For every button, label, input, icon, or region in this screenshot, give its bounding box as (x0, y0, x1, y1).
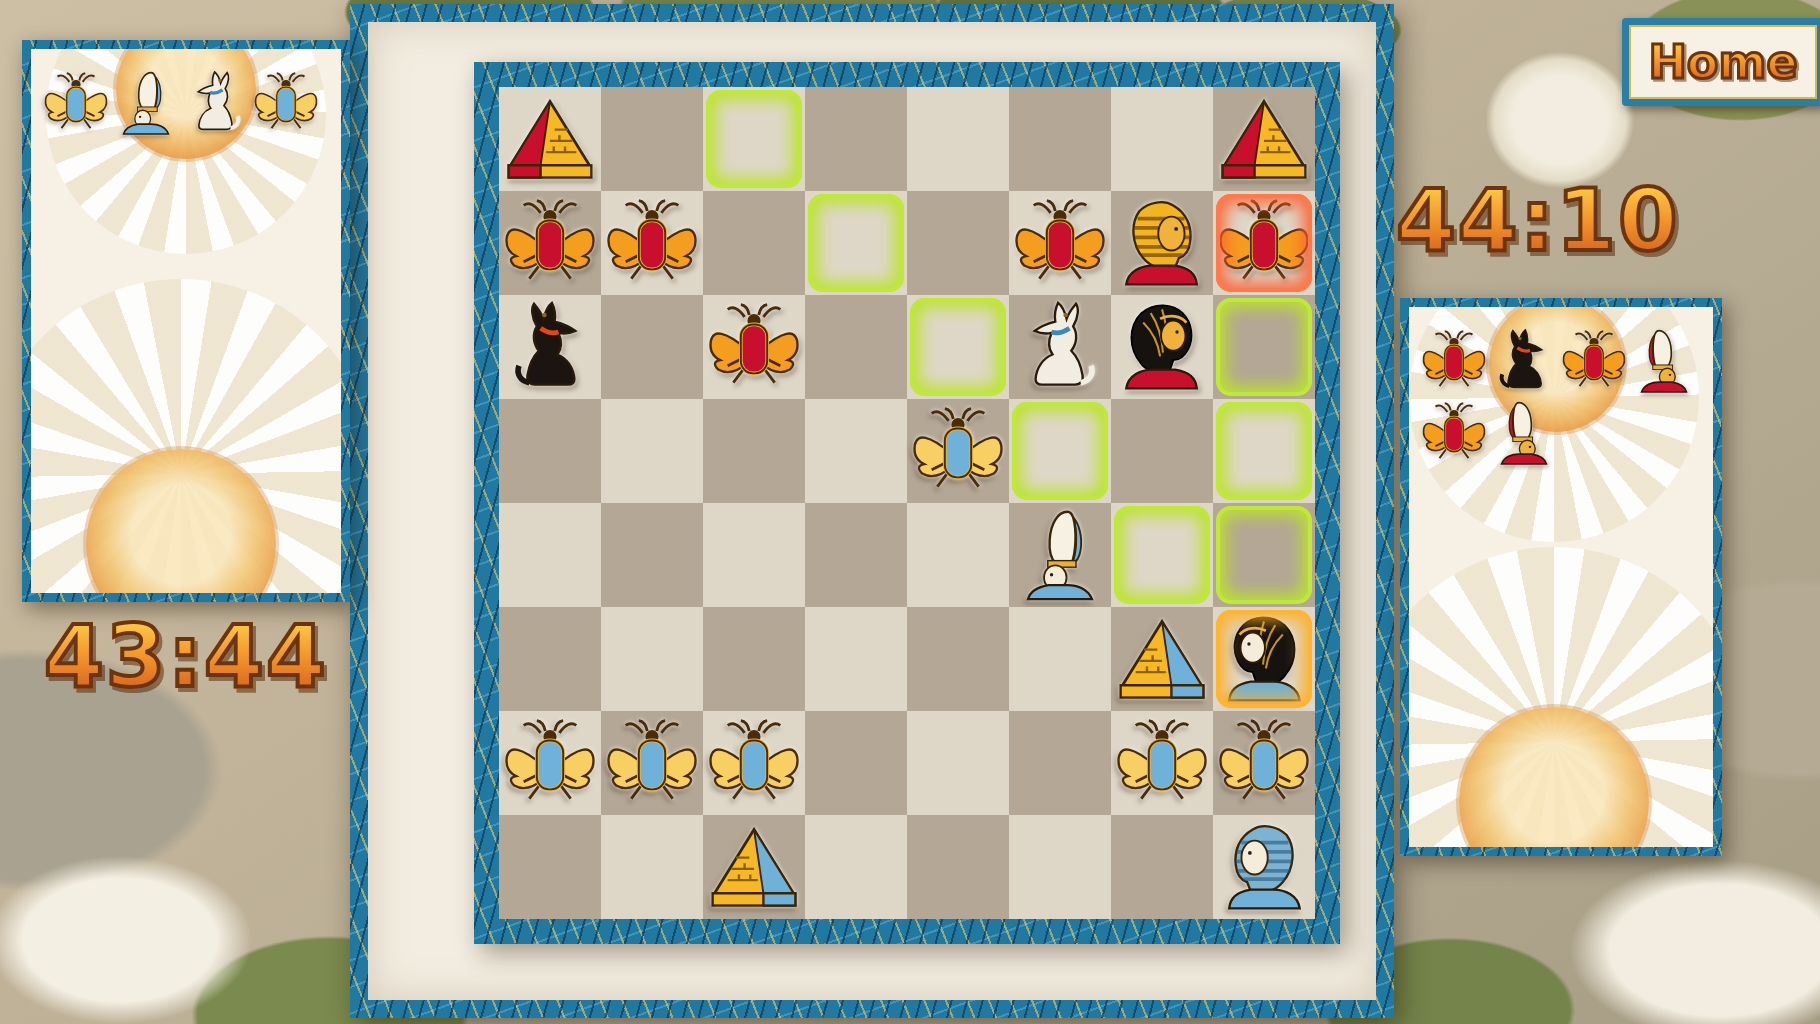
square-a4[interactable] (499, 399, 601, 503)
square-h3[interactable] (1213, 295, 1315, 399)
square-h4[interactable] (1213, 399, 1315, 503)
square-d2[interactable] (805, 191, 907, 295)
square-c4[interactable] (703, 399, 805, 503)
square-d3[interactable] (805, 295, 907, 399)
square-f8[interactable] (1009, 815, 1111, 919)
red-pawn-scarab[interactable] (1217, 195, 1311, 291)
square-f6[interactable] (1009, 607, 1111, 711)
square-f7[interactable] (1009, 711, 1111, 815)
square-b7[interactable] (601, 711, 703, 815)
square-f5[interactable] (1009, 503, 1111, 607)
blue-pawn-scarab[interactable] (503, 715, 597, 811)
captured-tray-left (22, 40, 350, 602)
square-g1[interactable] (1111, 87, 1213, 191)
square-b8[interactable] (601, 815, 703, 919)
square-h6[interactable] (1213, 607, 1315, 711)
green-highlight (706, 90, 802, 188)
blue-knight-jackal (183, 69, 249, 137)
home-button-label: Home (1648, 35, 1797, 89)
square-g5[interactable] (1111, 503, 1213, 607)
square-d8[interactable] (805, 815, 907, 919)
captured-tray-right (1400, 298, 1722, 856)
blue-pawn-scarab[interactable] (605, 715, 699, 811)
red-queen[interactable] (1115, 299, 1209, 395)
red-knight-jackal (1491, 327, 1557, 395)
square-c2[interactable] (703, 191, 805, 295)
blue-bishop-crown (113, 69, 179, 137)
square-f1[interactable] (1009, 87, 1111, 191)
square-h7[interactable] (1213, 711, 1315, 815)
square-g8[interactable] (1111, 815, 1213, 919)
square-h8[interactable] (1213, 815, 1315, 919)
square-d5[interactable] (805, 503, 907, 607)
blue-king[interactable] (1217, 819, 1311, 915)
red-pawn-scarab (1561, 327, 1627, 395)
square-a1[interactable] (499, 87, 601, 191)
square-e2[interactable] (907, 191, 1009, 295)
square-d1[interactable] (805, 87, 907, 191)
green-highlight (1216, 402, 1312, 500)
square-a5[interactable] (499, 503, 601, 607)
blue-pawn-scarab[interactable] (911, 403, 1005, 499)
green-highlight (1114, 506, 1210, 604)
blue-queen[interactable] (1217, 611, 1311, 707)
red-pawn-scarab (1421, 399, 1487, 467)
square-c3[interactable] (703, 295, 805, 399)
blue-rook-pyramid[interactable] (707, 819, 801, 915)
square-f3[interactable] (1009, 295, 1111, 399)
green-highlight (1012, 402, 1108, 500)
square-c7[interactable] (703, 711, 805, 815)
square-g4[interactable] (1111, 399, 1213, 503)
blue-player-timer: 43:44 (44, 606, 328, 706)
home-button[interactable]: Home (1622, 18, 1820, 106)
square-b1[interactable] (601, 87, 703, 191)
blue-pawn-scarab[interactable] (1115, 715, 1209, 811)
square-h5[interactable] (1213, 503, 1315, 607)
square-b6[interactable] (601, 607, 703, 711)
square-e5[interactable] (907, 503, 1009, 607)
square-h2[interactable] (1213, 191, 1315, 295)
blue-knight-jackal[interactable] (1013, 299, 1107, 395)
red-pawn-scarab (1421, 327, 1487, 395)
red-bishop-crown (1491, 399, 1557, 467)
green-highlight (1216, 298, 1312, 396)
blue-rook-pyramid[interactable] (1115, 611, 1209, 707)
blue-bishop-crown[interactable] (1013, 507, 1107, 603)
square-e1[interactable] (907, 87, 1009, 191)
red-pawn-scarab[interactable] (605, 195, 699, 291)
square-h1[interactable] (1213, 87, 1315, 191)
red-pawn-scarab[interactable] (707, 299, 801, 395)
blue-pawn-scarab (253, 69, 319, 137)
green-highlight (910, 298, 1006, 396)
red-bishop-crown (1631, 327, 1697, 395)
green-highlight (1216, 506, 1312, 604)
square-b5[interactable] (601, 503, 703, 607)
square-a8[interactable] (499, 815, 601, 919)
square-a3[interactable] (499, 295, 601, 399)
square-g3[interactable] (1111, 295, 1213, 399)
red-king[interactable] (1115, 195, 1209, 291)
square-d6[interactable] (805, 607, 907, 711)
square-e7[interactable] (907, 711, 1009, 815)
square-e8[interactable] (907, 815, 1009, 919)
red-player-timer: 44:10 (1396, 170, 1680, 270)
captured-blue-pieces (31, 49, 341, 137)
red-pawn-scarab[interactable] (503, 195, 597, 291)
square-d7[interactable] (805, 711, 907, 815)
captured-red-pieces (1409, 307, 1713, 467)
blue-pawn-scarab[interactable] (707, 715, 801, 811)
square-f4[interactable] (1009, 399, 1111, 503)
blue-pawn-scarab (43, 69, 109, 137)
square-a7[interactable] (499, 711, 601, 815)
square-a6[interactable] (499, 607, 601, 711)
square-c8[interactable] (703, 815, 805, 919)
square-f2[interactable] (1009, 191, 1111, 295)
square-e3[interactable] (907, 295, 1009, 399)
square-g6[interactable] (1111, 607, 1213, 711)
blue-pawn-scarab[interactable] (1217, 715, 1311, 811)
square-a2[interactable] (499, 191, 601, 295)
square-b3[interactable] (601, 295, 703, 399)
game-screen: 43:44 44:10 Home (0, 0, 1820, 1024)
square-g2[interactable] (1111, 191, 1213, 295)
square-c5[interactable] (703, 503, 805, 607)
square-d4[interactable] (805, 399, 907, 503)
square-e4[interactable] (907, 399, 1009, 503)
square-c1[interactable] (703, 87, 805, 191)
square-c6[interactable] (703, 607, 805, 711)
red-knight-jackal[interactable] (503, 299, 597, 395)
red-rook-pyramid[interactable] (1217, 91, 1311, 187)
green-highlight (808, 194, 904, 292)
square-e6[interactable] (907, 607, 1009, 711)
red-pawn-scarab[interactable] (1013, 195, 1107, 291)
square-g7[interactable] (1111, 711, 1213, 815)
board-grid (499, 87, 1315, 919)
square-b2[interactable] (601, 191, 703, 295)
red-rook-pyramid[interactable] (503, 91, 597, 187)
square-b4[interactable] (601, 399, 703, 503)
board-border (474, 62, 1340, 944)
